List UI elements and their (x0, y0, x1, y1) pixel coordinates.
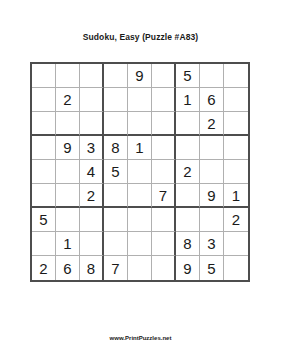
sudoku-cell-r2c9[interactable] (224, 88, 248, 112)
sudoku-cell-r2c5[interactable] (128, 88, 152, 112)
sudoku-cell-r5c2[interactable] (56, 160, 80, 184)
sudoku-cell-r1c8[interactable] (200, 64, 224, 88)
sudoku-cell-r8c3[interactable] (80, 232, 104, 256)
sudoku-cell-r3c4[interactable] (104, 112, 128, 136)
sudoku-cell-r3c7[interactable] (176, 112, 200, 136)
sudoku-cell-r3c1[interactable] (32, 112, 56, 136)
sudoku-cell-r7c2[interactable] (56, 208, 80, 232)
sudoku-cell-r9c1[interactable]: 2 (32, 256, 56, 280)
sudoku-cell-r9c5[interactable] (128, 256, 152, 280)
puzzle-page: Sudoku, Easy (Puzzle #A83) 9521629381452… (0, 0, 281, 363)
sudoku-cell-r9c3[interactable]: 8 (80, 256, 104, 280)
sudoku-cell-r8c4[interactable] (104, 232, 128, 256)
sudoku-cell-r1c2[interactable] (56, 64, 80, 88)
sudoku-cell-r4c9[interactable] (224, 136, 248, 160)
sudoku-cell-r4c5[interactable]: 1 (128, 136, 152, 160)
sudoku-cell-r6c4[interactable] (104, 184, 128, 208)
sudoku-cell-r1c5[interactable]: 9 (128, 64, 152, 88)
sudoku-cell-r6c8[interactable]: 9 (200, 184, 224, 208)
sudoku-cell-r1c6[interactable] (152, 64, 176, 88)
sudoku-cell-r6c5[interactable] (128, 184, 152, 208)
sudoku-cell-r5c9[interactable] (224, 160, 248, 184)
sudoku-cell-r5c6[interactable] (152, 160, 176, 184)
sudoku-cell-r2c8[interactable]: 6 (200, 88, 224, 112)
sudoku-cell-r3c2[interactable] (56, 112, 80, 136)
sudoku-cell-r7c6[interactable] (152, 208, 176, 232)
sudoku-cell-r8c6[interactable] (152, 232, 176, 256)
sudoku-cell-r3c9[interactable] (224, 112, 248, 136)
sudoku-cell-r2c1[interactable] (32, 88, 56, 112)
sudoku-cell-r8c1[interactable] (32, 232, 56, 256)
sudoku-cell-r7c5[interactable] (128, 208, 152, 232)
sudoku-cell-r6c2[interactable] (56, 184, 80, 208)
footer-site-url: www.PrintPuzzles.net (0, 335, 281, 341)
sudoku-cell-r1c1[interactable] (32, 64, 56, 88)
sudoku-cell-r5c7[interactable]: 2 (176, 160, 200, 184)
sudoku-cell-r1c7[interactable]: 5 (176, 64, 200, 88)
sudoku-grid: 9521629381452279152183268795 (30, 62, 250, 282)
sudoku-cell-r1c3[interactable] (80, 64, 104, 88)
sudoku-cell-r6c9[interactable]: 1 (224, 184, 248, 208)
sudoku-cell-r4c3[interactable]: 3 (80, 136, 104, 160)
sudoku-cell-r5c8[interactable] (200, 160, 224, 184)
sudoku-cell-r9c6[interactable] (152, 256, 176, 280)
sudoku-cell-r7c1[interactable]: 5 (32, 208, 56, 232)
sudoku-cell-r8c5[interactable] (128, 232, 152, 256)
sudoku-cell-r3c5[interactable] (128, 112, 152, 136)
sudoku-cell-r7c3[interactable] (80, 208, 104, 232)
sudoku-cell-r5c3[interactable]: 4 (80, 160, 104, 184)
sudoku-cell-r5c1[interactable] (32, 160, 56, 184)
sudoku-cell-r8c8[interactable]: 3 (200, 232, 224, 256)
sudoku-cell-r3c3[interactable] (80, 112, 104, 136)
sudoku-cell-r4c2[interactable]: 9 (56, 136, 80, 160)
sudoku-cell-r4c8[interactable] (200, 136, 224, 160)
sudoku-cell-r2c3[interactable] (80, 88, 104, 112)
sudoku-cell-r6c6[interactable]: 7 (152, 184, 176, 208)
sudoku-cell-r4c7[interactable] (176, 136, 200, 160)
sudoku-cell-r8c2[interactable]: 1 (56, 232, 80, 256)
sudoku-cell-r7c9[interactable]: 2 (224, 208, 248, 232)
sudoku-cell-r8c9[interactable] (224, 232, 248, 256)
sudoku-cell-r7c7[interactable] (176, 208, 200, 232)
sudoku-cell-r1c4[interactable] (104, 64, 128, 88)
sudoku-cell-r9c9[interactable] (224, 256, 248, 280)
sudoku-cell-r6c3[interactable]: 2 (80, 184, 104, 208)
sudoku-cell-r9c7[interactable]: 9 (176, 256, 200, 280)
sudoku-cell-r4c1[interactable] (32, 136, 56, 160)
sudoku-cell-r8c7[interactable]: 8 (176, 232, 200, 256)
sudoku-cell-r2c2[interactable]: 2 (56, 88, 80, 112)
sudoku-cell-r7c8[interactable] (200, 208, 224, 232)
sudoku-cell-r6c7[interactable] (176, 184, 200, 208)
sudoku-cell-r9c8[interactable]: 5 (200, 256, 224, 280)
sudoku-cell-r7c4[interactable] (104, 208, 128, 232)
sudoku-cell-r5c5[interactable] (128, 160, 152, 184)
page-title: Sudoku, Easy (Puzzle #A83) (0, 32, 281, 42)
sudoku-cell-r3c8[interactable]: 2 (200, 112, 224, 136)
sudoku-cell-r1c9[interactable] (224, 64, 248, 88)
sudoku-cell-r9c4[interactable]: 7 (104, 256, 128, 280)
sudoku-cell-r4c6[interactable] (152, 136, 176, 160)
sudoku-cell-r2c4[interactable] (104, 88, 128, 112)
sudoku-cell-r2c7[interactable]: 1 (176, 88, 200, 112)
sudoku-cell-r5c4[interactable]: 5 (104, 160, 128, 184)
sudoku-cell-r9c2[interactable]: 6 (56, 256, 80, 280)
sudoku-cell-r3c6[interactable] (152, 112, 176, 136)
sudoku-cell-r2c6[interactable] (152, 88, 176, 112)
sudoku-cell-r4c4[interactable]: 8 (104, 136, 128, 160)
sudoku-cell-r6c1[interactable] (32, 184, 56, 208)
